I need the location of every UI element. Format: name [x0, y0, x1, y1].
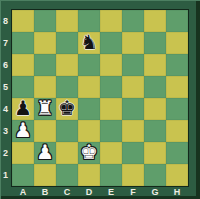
square-c6[interactable]	[56, 54, 78, 76]
square-f6[interactable]	[122, 54, 144, 76]
square-a1[interactable]	[12, 164, 34, 186]
square-b2[interactable]: ♟	[34, 142, 56, 164]
piece-white-rook[interactable]: ♜	[36, 97, 54, 119]
square-c8[interactable]	[56, 10, 78, 32]
file-label-d: D	[78, 186, 100, 199]
rank-label-8: 8	[0, 10, 11, 32]
square-f8[interactable]	[122, 10, 144, 32]
square-h6[interactable]	[166, 54, 188, 76]
square-a3[interactable]: ♟	[12, 120, 34, 142]
square-c3[interactable]	[56, 120, 78, 142]
square-g7[interactable]	[144, 32, 166, 54]
rank-label-1: 1	[0, 164, 11, 186]
square-f3[interactable]	[122, 120, 144, 142]
square-c4[interactable]: ♚	[56, 98, 78, 120]
square-h3[interactable]	[166, 120, 188, 142]
square-e4[interactable]	[100, 98, 122, 120]
file-label-a: A	[12, 186, 34, 199]
file-label-h: H	[166, 186, 188, 199]
file-label-g: G	[144, 186, 166, 199]
square-g4[interactable]	[144, 98, 166, 120]
square-e3[interactable]	[100, 120, 122, 142]
square-b1[interactable]	[34, 164, 56, 186]
square-g6[interactable]	[144, 54, 166, 76]
file-label-f: F	[122, 186, 144, 199]
piece-white-king[interactable]: ♚	[80, 141, 98, 163]
rank-label-2: 2	[0, 142, 11, 164]
square-e8[interactable]	[100, 10, 122, 32]
square-g2[interactable]	[144, 142, 166, 164]
square-e1[interactable]	[100, 164, 122, 186]
square-a2[interactable]	[12, 142, 34, 164]
square-a4[interactable]: ♟	[12, 98, 34, 120]
square-a6[interactable]	[12, 54, 34, 76]
piece-white-pawn[interactable]: ♟	[14, 119, 32, 141]
file-label-e: E	[100, 186, 122, 199]
rank-label-7: 7	[0, 32, 11, 54]
square-h8[interactable]	[166, 10, 188, 32]
square-d8[interactable]	[78, 10, 100, 32]
square-h4[interactable]	[166, 98, 188, 120]
square-h2[interactable]	[166, 142, 188, 164]
square-h5[interactable]	[166, 76, 188, 98]
square-a8[interactable]	[12, 10, 34, 32]
piece-white-pawn[interactable]: ♟	[36, 141, 54, 163]
square-b5[interactable]	[34, 76, 56, 98]
square-d7[interactable]: ♞	[78, 32, 100, 54]
square-f1[interactable]	[122, 164, 144, 186]
rank-label-6: 6	[0, 54, 11, 76]
square-d3[interactable]	[78, 120, 100, 142]
square-d4[interactable]	[78, 98, 100, 120]
square-f7[interactable]	[122, 32, 144, 54]
square-a7[interactable]	[12, 32, 34, 54]
square-c5[interactable]	[56, 76, 78, 98]
square-e2[interactable]	[100, 142, 122, 164]
square-f4[interactable]	[122, 98, 144, 120]
file-label-b: B	[34, 186, 56, 199]
rank-label-5: 5	[0, 76, 11, 98]
rank-labels: 87654321	[0, 10, 11, 186]
square-b3[interactable]	[34, 120, 56, 142]
square-g3[interactable]	[144, 120, 166, 142]
chess-board: ♞♟♜♚♟♟♚	[11, 9, 189, 187]
square-b8[interactable]	[34, 10, 56, 32]
square-d1[interactable]	[78, 164, 100, 186]
square-a5[interactable]	[12, 76, 34, 98]
square-g8[interactable]	[144, 10, 166, 32]
square-b7[interactable]	[34, 32, 56, 54]
rank-label-3: 3	[0, 120, 11, 142]
rank-label-4: 4	[0, 98, 11, 120]
square-h1[interactable]	[166, 164, 188, 186]
square-e5[interactable]	[100, 76, 122, 98]
square-b4[interactable]: ♜	[34, 98, 56, 120]
square-f5[interactable]	[122, 76, 144, 98]
square-g5[interactable]	[144, 76, 166, 98]
square-b6[interactable]	[34, 54, 56, 76]
file-labels: ABCDEFGH	[12, 186, 188, 199]
piece-black-knight[interactable]: ♞	[80, 31, 98, 53]
square-e7[interactable]	[100, 32, 122, 54]
square-h7[interactable]	[166, 32, 188, 54]
square-d2[interactable]: ♚	[78, 142, 100, 164]
square-d6[interactable]	[78, 54, 100, 76]
piece-black-king[interactable]: ♚	[58, 97, 76, 119]
square-f2[interactable]	[122, 142, 144, 164]
square-c2[interactable]	[56, 142, 78, 164]
file-label-c: C	[56, 186, 78, 199]
square-e6[interactable]	[100, 54, 122, 76]
piece-black-pawn[interactable]: ♟	[14, 97, 32, 119]
square-d5[interactable]	[78, 76, 100, 98]
chess-diagram: 87654321 ♞♟♜♚♟♟♚ ABCDEFGH	[0, 0, 200, 199]
square-c1[interactable]	[56, 164, 78, 186]
square-c7[interactable]	[56, 32, 78, 54]
square-g1[interactable]	[144, 164, 166, 186]
